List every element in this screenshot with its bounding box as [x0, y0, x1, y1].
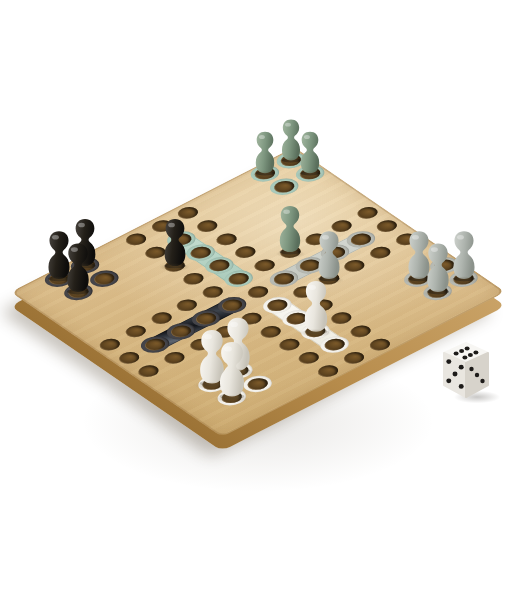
- pawn-shadow: [293, 328, 338, 339]
- pawn-white-home-column[interactable]: [300, 279, 332, 335]
- product-photo-stage: [0, 0, 526, 600]
- pawn-shadow: [292, 169, 329, 180]
- pawn-shadow: [247, 169, 284, 180]
- peg-hole[interactable]: [314, 363, 342, 380]
- pawn-black-start[interactable]: [63, 242, 94, 295]
- peg-hole[interactable]: [340, 350, 368, 367]
- pawn-shadow: [208, 393, 256, 404]
- pawn-white-start[interactable]: [215, 341, 249, 401]
- pawn-shadow: [417, 288, 460, 299]
- pawn-gray-track[interactable]: [314, 230, 344, 282]
- pawn-black-track[interactable]: [160, 217, 190, 268]
- pawn-gray-start[interactable]: [423, 242, 454, 295]
- pawn-green-start[interactable]: [252, 131, 278, 177]
- pawn-green-track[interactable]: [276, 205, 305, 256]
- pawn-shadow: [57, 288, 100, 299]
- peg-hole[interactable]: [366, 336, 394, 353]
- pawn-shadow: [270, 248, 311, 259]
- die[interactable]: [436, 338, 500, 404]
- pawn-green-start[interactable]: [297, 131, 323, 177]
- pawn-shadow: [154, 262, 196, 273]
